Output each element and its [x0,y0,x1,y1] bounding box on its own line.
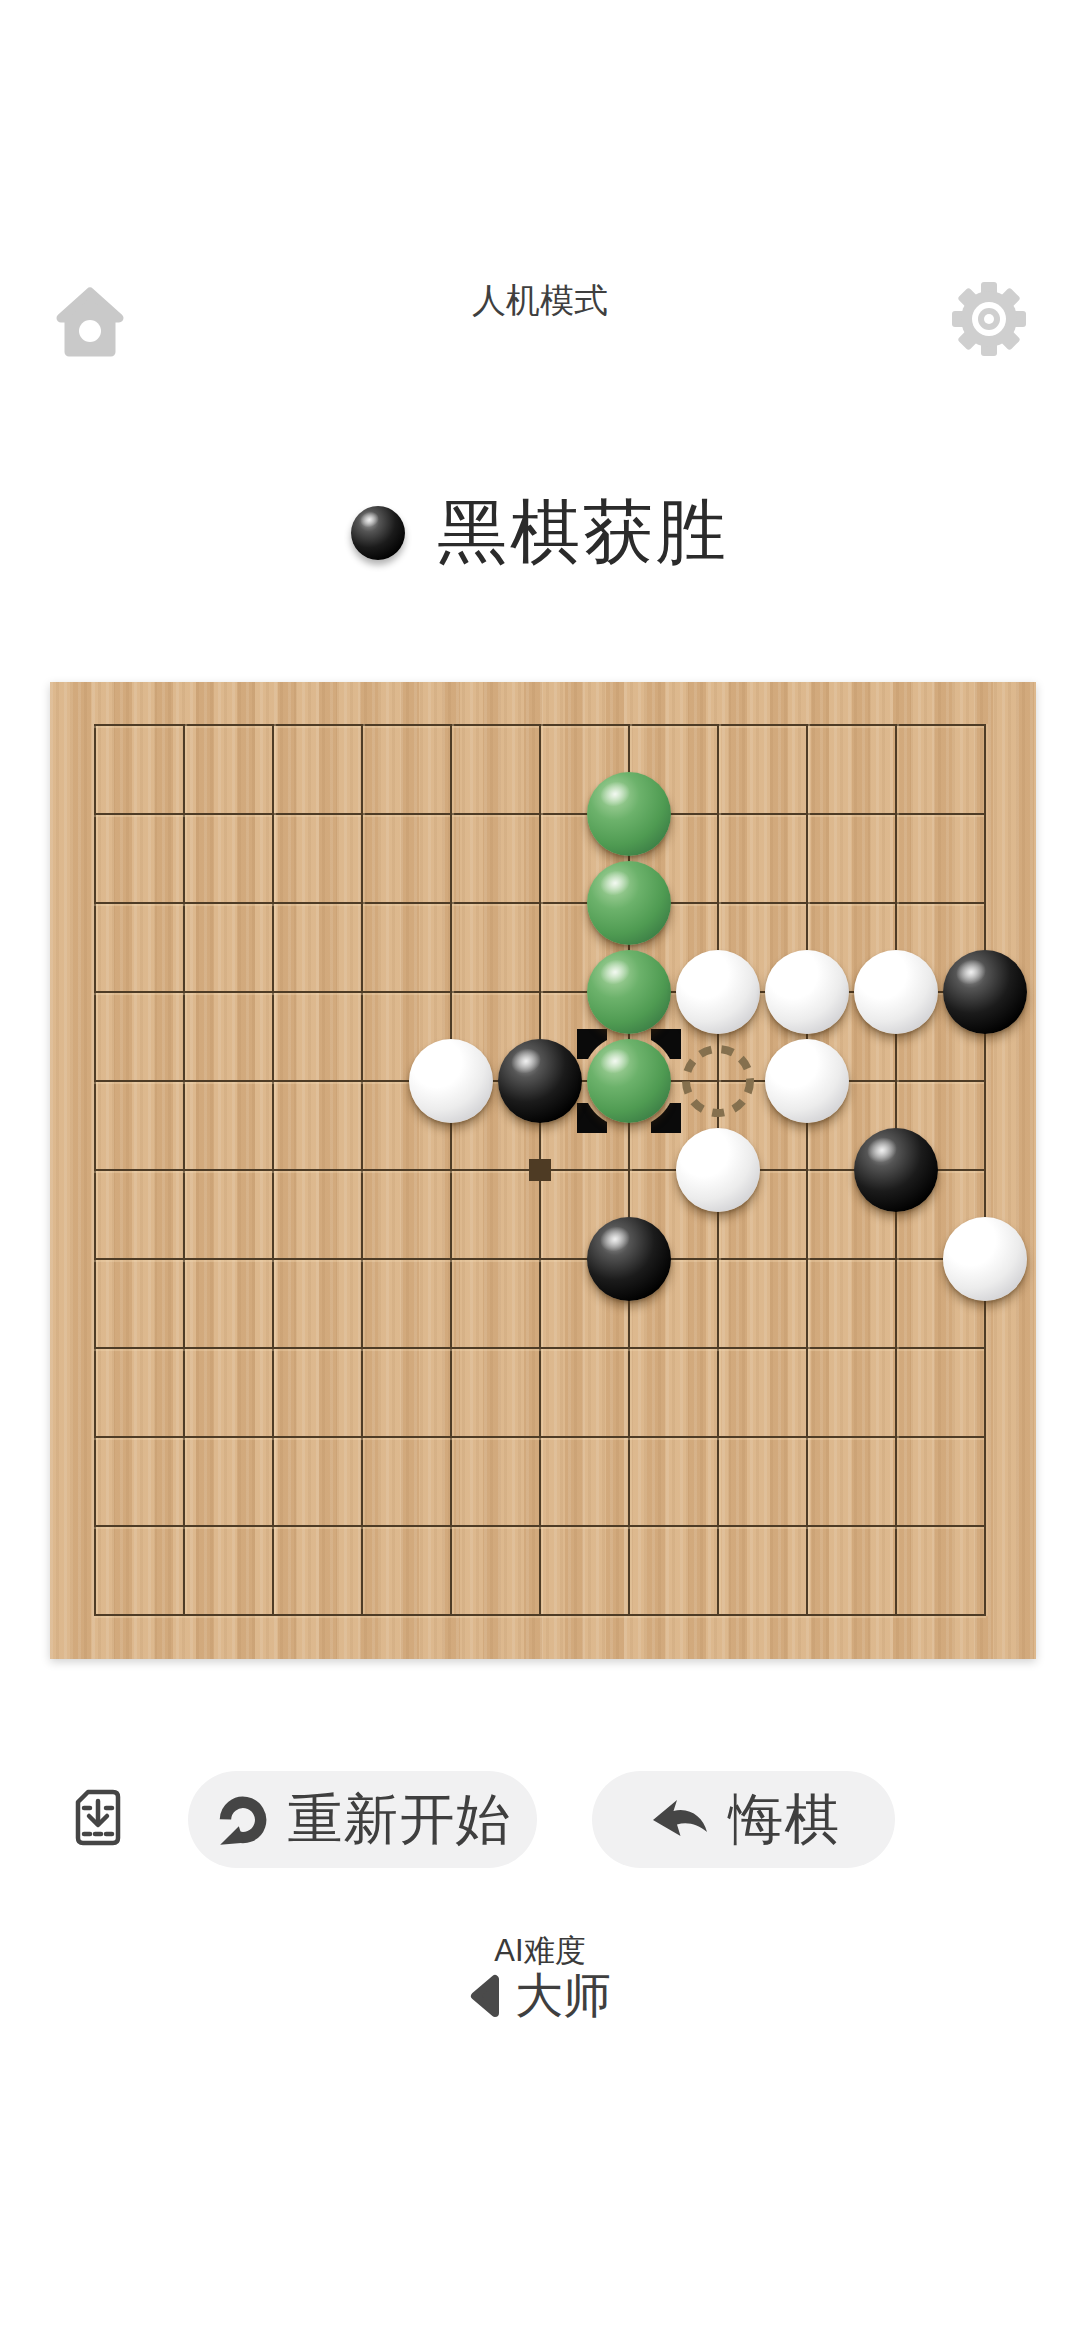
center-point-marker [529,1159,551,1181]
stone-black [498,1039,582,1123]
status-banner: 黑棋获胜 [0,486,1080,580]
hint-circle[interactable] [678,1041,758,1121]
stone-white [854,950,938,1034]
grid-line [94,1258,986,1260]
difficulty-value: 大师 [515,1964,611,2028]
stone-white [676,950,760,1034]
gear-icon[interactable] [948,278,1030,360]
undo-label: 悔棋 [729,1783,841,1857]
stone-white [676,1128,760,1212]
page-title: 人机模式 [0,278,1080,324]
stone-white [943,1217,1027,1301]
grid-line [806,724,808,1616]
undo-button[interactable]: 悔棋 [592,1771,895,1868]
stone-black [854,1128,938,1212]
stone-green [587,950,671,1034]
difficulty-prev-icon[interactable] [469,1972,501,2020]
grid-line [94,1614,986,1616]
stone-green [587,772,671,856]
save-record-icon[interactable] [74,1789,122,1847]
status-text: 黑棋获胜 [437,486,729,580]
grid-line [94,1525,986,1527]
stone-green [587,861,671,945]
board[interactable] [50,682,1036,1659]
ai-difficulty-selector: 大师 [0,1964,1080,2028]
stone-white [409,1039,493,1123]
stone-white [765,1039,849,1123]
restart-button[interactable]: 重新开始 [188,1771,537,1868]
stone-black [943,950,1027,1034]
stone-green [587,1039,671,1123]
grid-line [628,724,630,1616]
restart-icon [214,1791,272,1849]
restart-label: 重新开始 [288,1783,512,1857]
grid-line [94,1436,986,1438]
grid-line [94,1347,986,1349]
stone-black [587,1217,671,1301]
undo-arrow-icon [647,1795,713,1845]
stone-white [765,950,849,1034]
grid-line [984,724,986,1616]
winner-stone-icon [351,506,405,560]
app-screen: 人机模式 黑棋获胜 [0,0,1080,2340]
